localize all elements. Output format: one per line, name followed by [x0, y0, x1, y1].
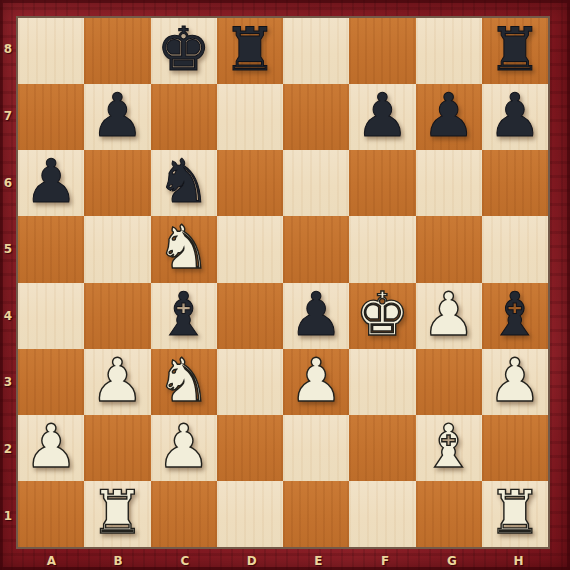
- square-g2[interactable]: ♝: [416, 415, 482, 481]
- rank-labels: 87654321: [0, 16, 16, 549]
- square-d7[interactable]: [217, 84, 283, 150]
- square-d1[interactable]: [217, 481, 283, 547]
- square-d5[interactable]: [217, 216, 283, 282]
- square-b4[interactable]: [84, 283, 150, 349]
- square-f1[interactable]: [349, 481, 415, 547]
- piece-white-pawn[interactable]: ♟: [157, 416, 211, 476]
- square-a6[interactable]: ♟: [18, 150, 84, 216]
- piece-black-pawn[interactable]: ♟: [289, 284, 343, 344]
- rank-label-5: 5: [0, 216, 16, 283]
- square-e6[interactable]: [283, 150, 349, 216]
- square-h6[interactable]: [482, 150, 548, 216]
- square-g4[interactable]: ♟: [416, 283, 482, 349]
- square-a7[interactable]: [18, 84, 84, 150]
- piece-white-pawn[interactable]: ♟: [289, 350, 343, 410]
- file-label-b: B: [85, 551, 152, 570]
- square-b8[interactable]: [84, 18, 150, 84]
- piece-white-pawn[interactable]: ♟: [90, 350, 144, 410]
- square-f2[interactable]: [349, 415, 415, 481]
- square-e8[interactable]: [283, 18, 349, 84]
- square-a8[interactable]: [18, 18, 84, 84]
- square-d4[interactable]: [217, 283, 283, 349]
- square-e3[interactable]: ♟: [283, 349, 349, 415]
- square-c4[interactable]: ♝: [151, 283, 217, 349]
- rank-label-3: 3: [0, 349, 16, 416]
- file-labels: ABCDEFGH: [18, 551, 552, 570]
- square-d6[interactable]: [217, 150, 283, 216]
- square-g5[interactable]: [416, 216, 482, 282]
- square-g1[interactable]: [416, 481, 482, 547]
- square-b1[interactable]: ♜: [84, 481, 150, 547]
- piece-white-bishop[interactable]: ♝: [422, 416, 476, 476]
- square-a3[interactable]: [18, 349, 84, 415]
- square-h1[interactable]: ♜: [482, 481, 548, 547]
- piece-white-pawn[interactable]: ♟: [422, 284, 476, 344]
- square-e5[interactable]: [283, 216, 349, 282]
- square-e1[interactable]: [283, 481, 349, 547]
- square-g6[interactable]: [416, 150, 482, 216]
- square-c3[interactable]: ♞: [151, 349, 217, 415]
- square-g8[interactable]: [416, 18, 482, 84]
- square-b5[interactable]: [84, 216, 150, 282]
- square-a5[interactable]: [18, 216, 84, 282]
- square-h5[interactable]: [482, 216, 548, 282]
- file-label-g: G: [419, 551, 486, 570]
- piece-white-knight[interactable]: ♞: [157, 350, 211, 410]
- piece-white-king[interactable]: ♚: [355, 284, 409, 344]
- piece-black-pawn[interactable]: ♟: [90, 85, 144, 145]
- chessboard: 87654321 ABCDEFGH ♚♜♜♟♟♟♟♟♞♞♝♟♚♟♝♟♞♟♟♟♟♝…: [0, 0, 570, 570]
- square-d8[interactable]: ♜: [217, 18, 283, 84]
- square-g7[interactable]: ♟: [416, 84, 482, 150]
- square-a4[interactable]: [18, 283, 84, 349]
- square-d3[interactable]: [217, 349, 283, 415]
- piece-white-pawn[interactable]: ♟: [488, 350, 542, 410]
- file-label-d: D: [218, 551, 285, 570]
- square-e4[interactable]: ♟: [283, 283, 349, 349]
- piece-black-pawn[interactable]: ♟: [24, 151, 78, 211]
- square-c1[interactable]: [151, 481, 217, 547]
- piece-black-bishop[interactable]: ♝: [157, 284, 211, 344]
- file-label-e: E: [285, 551, 352, 570]
- file-label-h: H: [485, 551, 552, 570]
- square-g3[interactable]: [416, 349, 482, 415]
- square-h2[interactable]: [482, 415, 548, 481]
- square-h4[interactable]: ♝: [482, 283, 548, 349]
- piece-black-pawn[interactable]: ♟: [355, 85, 409, 145]
- square-b2[interactable]: [84, 415, 150, 481]
- rank-label-4: 4: [0, 283, 16, 350]
- square-a1[interactable]: [18, 481, 84, 547]
- piece-black-knight[interactable]: ♞: [157, 151, 211, 211]
- piece-white-knight[interactable]: ♞: [157, 217, 211, 277]
- square-a2[interactable]: ♟: [18, 415, 84, 481]
- square-h8[interactable]: ♜: [482, 18, 548, 84]
- square-c5[interactable]: ♞: [151, 216, 217, 282]
- square-f3[interactable]: [349, 349, 415, 415]
- rank-label-8: 8: [0, 16, 16, 83]
- square-e7[interactable]: [283, 84, 349, 150]
- square-c2[interactable]: ♟: [151, 415, 217, 481]
- square-f4[interactable]: ♚: [349, 283, 415, 349]
- rank-label-6: 6: [0, 149, 16, 216]
- piece-white-rook[interactable]: ♜: [488, 482, 542, 542]
- rank-label-7: 7: [0, 83, 16, 150]
- piece-black-bishop[interactable]: ♝: [488, 284, 542, 344]
- piece-black-rook[interactable]: ♜: [488, 19, 542, 79]
- piece-white-pawn[interactable]: ♟: [24, 416, 78, 476]
- square-h7[interactable]: ♟: [482, 84, 548, 150]
- square-c6[interactable]: ♞: [151, 150, 217, 216]
- piece-black-pawn[interactable]: ♟: [488, 85, 542, 145]
- square-c8[interactable]: ♚: [151, 18, 217, 84]
- board: ♚♜♜♟♟♟♟♟♞♞♝♟♚♟♝♟♞♟♟♟♟♝♜♜: [18, 18, 548, 547]
- square-h3[interactable]: ♟: [482, 349, 548, 415]
- square-f5[interactable]: [349, 216, 415, 282]
- file-label-f: F: [352, 551, 419, 570]
- piece-black-king[interactable]: ♚: [157, 19, 211, 79]
- file-label-c: C: [152, 551, 219, 570]
- piece-black-rook[interactable]: ♜: [223, 19, 277, 79]
- square-f8[interactable]: [349, 18, 415, 84]
- square-d2[interactable]: [217, 415, 283, 481]
- file-label-a: A: [18, 551, 85, 570]
- rank-label-2: 2: [0, 416, 16, 483]
- square-f6[interactable]: [349, 150, 415, 216]
- square-b6[interactable]: [84, 150, 150, 216]
- piece-black-pawn[interactable]: ♟: [422, 85, 476, 145]
- square-e2[interactable]: [283, 415, 349, 481]
- square-b7[interactable]: ♟: [84, 84, 150, 150]
- square-b3[interactable]: ♟: [84, 349, 150, 415]
- square-f7[interactable]: ♟: [349, 84, 415, 150]
- square-c7[interactable]: [151, 84, 217, 150]
- board-frame: ♚♜♜♟♟♟♟♟♞♞♝♟♚♟♝♟♞♟♟♟♟♝♜♜: [16, 16, 550, 549]
- rank-label-1: 1: [0, 482, 16, 549]
- piece-white-rook[interactable]: ♜: [90, 482, 144, 542]
